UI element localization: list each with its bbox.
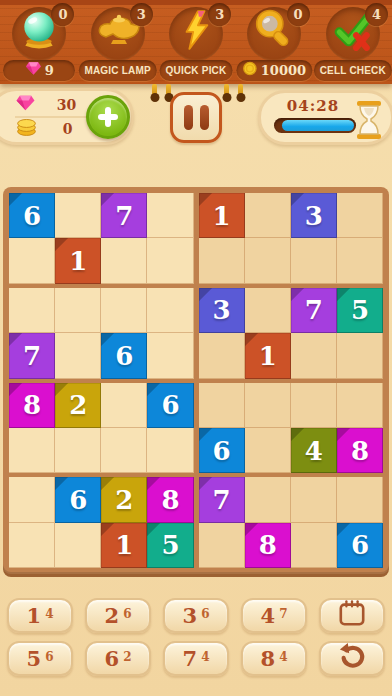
cell-check-label: CELL CHECK xyxy=(320,65,386,76)
digit-8-button[interactable]: 84 xyxy=(241,641,307,676)
coins-icon xyxy=(15,117,38,141)
cell-r7c4[interactable]: 8 xyxy=(147,477,193,522)
cell-r3c7[interactable]: 7 xyxy=(291,288,337,333)
cell-r5c4[interactable]: 6 xyxy=(147,383,193,428)
cell-r6c5[interactable]: 6 xyxy=(199,428,245,473)
cell-r8c4[interactable]: 5 xyxy=(147,523,193,568)
timer-value: 04:28 xyxy=(267,97,359,115)
gem-icon xyxy=(25,61,42,80)
quick-pick-label: QUICK PICK xyxy=(166,65,227,76)
cell-r8c1[interactable] xyxy=(9,523,55,568)
cell-r2c3[interactable] xyxy=(101,238,147,283)
cell-r3c5[interactable]: 3 xyxy=(199,288,245,333)
cell-r5c2[interactable]: 2 xyxy=(55,383,101,428)
cell-r4c6[interactable]: 1 xyxy=(245,333,291,378)
cell-r2c8[interactable] xyxy=(337,238,383,283)
digit-2-button[interactable]: 26 xyxy=(85,598,151,633)
cell-r4c5[interactable] xyxy=(199,333,245,378)
cell-r8c6[interactable]: 8 xyxy=(245,523,291,568)
quick-pick-count-badge: 3 xyxy=(208,3,231,26)
cell-check-count-badge: 4 xyxy=(365,3,388,26)
pin-icon xyxy=(166,84,171,99)
cell-r1c7[interactable]: 3 xyxy=(291,193,337,238)
cell-r3c1[interactable] xyxy=(9,288,55,333)
magic-lamp-label-pill: MAGIC LAMP xyxy=(78,60,156,81)
sudoku-grid: 6713137576182664862871586 xyxy=(9,193,383,568)
cell-r6c8[interactable]: 8 xyxy=(337,428,383,473)
cell-r6c1[interactable] xyxy=(9,428,55,473)
crystal-ball-button[interactable]: 0 9 xyxy=(0,0,78,84)
cell-r2c4[interactable] xyxy=(147,238,193,283)
cell-r6c6[interactable] xyxy=(245,428,291,473)
magnifier-count-badge: 0 xyxy=(287,3,310,26)
quick-pick-button[interactable]: 3 QUICK PICK xyxy=(157,0,235,84)
cell-r5c7[interactable] xyxy=(291,383,337,428)
digit-1-button[interactable]: 14 xyxy=(7,598,73,633)
cell-r4c8[interactable] xyxy=(337,333,383,378)
cell-r1c3[interactable]: 7 xyxy=(101,193,147,238)
powerup-bar: 0 9 xyxy=(0,0,392,84)
digit-5-button[interactable]: 56 xyxy=(7,641,73,676)
cell-r7c3[interactable]: 2 xyxy=(101,477,147,522)
cell-r8c5[interactable] xyxy=(199,523,245,568)
cell-r1c2[interactable] xyxy=(55,193,101,238)
cell-r2c6[interactable] xyxy=(245,238,291,283)
cell-r6c7[interactable]: 4 xyxy=(291,428,337,473)
cell-r2c2[interactable]: 1 xyxy=(55,238,101,283)
sudoku-board: 6713137576182664862871586 xyxy=(3,187,389,574)
cell-r3c3[interactable] xyxy=(101,288,147,333)
cell-r7c5[interactable]: 7 xyxy=(199,477,245,522)
cell-r1c4[interactable] xyxy=(147,193,193,238)
cell-r6c4[interactable] xyxy=(147,428,193,473)
number-pad: 14 26 36 47 56 62 74 84 xyxy=(0,598,392,676)
digit-3-button[interactable]: 36 xyxy=(163,598,229,633)
magic-lamp-count-badge: 3 xyxy=(130,3,153,26)
pin-icon xyxy=(224,84,229,99)
timer-progress-fill xyxy=(282,120,354,131)
cell-r8c2[interactable] xyxy=(55,523,101,568)
cell-r2c7[interactable] xyxy=(291,238,337,283)
timer-progress-track xyxy=(274,118,356,133)
notes-button[interactable] xyxy=(319,598,385,633)
cell-r2c5[interactable] xyxy=(199,238,245,283)
cell-r3c4[interactable] xyxy=(147,288,193,333)
pin-icon xyxy=(238,84,243,99)
pin-icon xyxy=(152,84,157,99)
pause-icon xyxy=(184,105,193,130)
cell-r2c1[interactable] xyxy=(9,238,55,283)
cell-r5c8[interactable] xyxy=(337,383,383,428)
cell-r8c7[interactable] xyxy=(291,523,337,568)
cell-r6c3[interactable] xyxy=(101,428,147,473)
undo-icon xyxy=(338,642,366,675)
magic-lamp-button[interactable]: 3 MAGIC LAMP xyxy=(78,0,156,84)
cell-r8c8[interactable]: 6 xyxy=(337,523,383,568)
crystal-ball-count-badge: 0 xyxy=(51,3,74,26)
cell-r7c2[interactable]: 6 xyxy=(55,477,101,522)
cell-r8c3[interactable]: 1 xyxy=(101,523,147,568)
cell-r5c1[interactable]: 8 xyxy=(9,383,55,428)
cell-r3c2[interactable] xyxy=(55,288,101,333)
cell-r1c6[interactable] xyxy=(245,193,291,238)
cell-r4c2[interactable] xyxy=(55,333,101,378)
cell-check-button[interactable]: 4 CELL CHECK xyxy=(314,0,392,84)
cell-r5c5[interactable] xyxy=(199,383,245,428)
cell-r4c4[interactable] xyxy=(147,333,193,378)
digit-7-button[interactable]: 74 xyxy=(163,641,229,676)
hourglass-icon xyxy=(354,99,384,145)
cell-r4c1[interactable]: 7 xyxy=(9,333,55,378)
magic-lamp-label: MAGIC LAMP xyxy=(84,65,150,76)
undo-button[interactable] xyxy=(319,641,385,676)
pause-button[interactable] xyxy=(170,92,222,143)
magnifier-price-pill: 10000 xyxy=(237,60,312,81)
cell-r7c7[interactable] xyxy=(291,477,337,522)
cell-r4c7[interactable] xyxy=(291,333,337,378)
cell-r7c6[interactable] xyxy=(245,477,291,522)
crystal-ball-price: 9 xyxy=(45,63,54,78)
sudoku-app: 0 9 xyxy=(0,0,392,696)
notepad-icon xyxy=(338,599,366,632)
add-resources-button[interactable] xyxy=(86,95,130,139)
magnifier-button[interactable]: 0 10000 xyxy=(235,0,313,84)
cell-r6c2[interactable] xyxy=(55,428,101,473)
cell-r3c6[interactable] xyxy=(245,288,291,333)
cell-r7c1[interactable] xyxy=(9,477,55,522)
cell-r1c5[interactable]: 1 xyxy=(199,193,245,238)
cell-r5c3[interactable] xyxy=(101,383,147,428)
gem-icon xyxy=(15,94,36,116)
pause-icon xyxy=(200,105,209,130)
cell-r3c8[interactable]: 5 xyxy=(337,288,383,333)
coin-icon xyxy=(243,61,258,80)
cell-r1c8[interactable] xyxy=(337,193,383,238)
quick-pick-label-pill: QUICK PICK xyxy=(160,60,233,81)
magnifier-price: 10000 xyxy=(261,63,306,78)
cell-check-label-pill: CELL CHECK xyxy=(314,60,392,81)
cell-r7c8[interactable] xyxy=(337,477,383,522)
cell-r5c6[interactable] xyxy=(245,383,291,428)
digit-4-button[interactable]: 47 xyxy=(241,598,307,633)
crystal-ball-price-pill: 9 xyxy=(3,60,75,81)
cell-r4c3[interactable]: 6 xyxy=(101,333,147,378)
digit-6-button[interactable]: 62 xyxy=(85,641,151,676)
timer-panel: 04:28 xyxy=(258,90,392,145)
cell-r1c1[interactable]: 6 xyxy=(9,193,55,238)
